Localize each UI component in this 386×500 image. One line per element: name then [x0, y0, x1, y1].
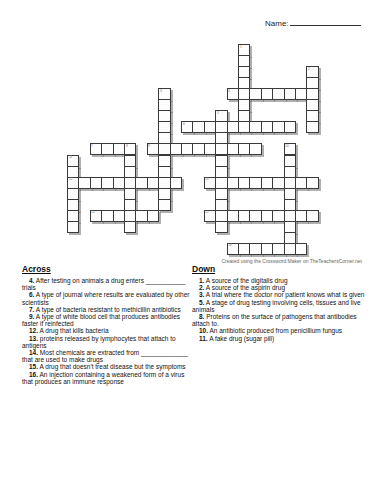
grid-cell[interactable] [306, 210, 318, 222]
down-heading: Down [192, 264, 374, 274]
grid-cell[interactable] [158, 199, 170, 211]
down-clue-item: 1. A source of the digitalis drug [192, 277, 374, 284]
clue-number: 12 [69, 177, 73, 180]
clue-number: 5 [217, 111, 219, 114]
across-clue-item: 16. An injection containing a weakened f… [22, 371, 194, 385]
clue-item-number: 8. [199, 313, 204, 320]
down-clue-item: 3. A trial where the doctor nor patient … [192, 291, 374, 298]
clue-item-number: 14. [29, 349, 38, 356]
clue-number: 1 [240, 45, 242, 48]
clue-number: 6 [183, 122, 185, 125]
clue-number: 4 [228, 89, 230, 92]
across-heading: Across [22, 264, 194, 274]
down-clue-item: 5. A stage of drug testing involving cel… [192, 299, 374, 313]
clue-number: 14 [91, 210, 95, 213]
across-clue-item: 12. A drug that kills bacteria [22, 327, 194, 334]
name-input-line[interactable] [290, 17, 361, 26]
across-clue-item: 7. A type of bacteria resistant to methi… [22, 306, 194, 313]
across-clues-section: Across 4. After testing on animals a dru… [22, 264, 194, 385]
down-clue-list: 1. A source of the digitalis drug2. A so… [192, 277, 374, 342]
across-clue-item: 15. A drug that doesn't treat disease bu… [22, 363, 194, 370]
grid-cell[interactable] [306, 121, 318, 133]
clue-item-number: 7. [29, 306, 34, 313]
clue-item-number: 9. [29, 313, 34, 320]
clue-number: 11 [69, 155, 72, 158]
down-clues-section: Down 1. A source of the digitalis drug2.… [192, 264, 374, 342]
grid-cell[interactable] [295, 243, 307, 255]
clue-number: 8 [126, 144, 128, 147]
name-label: Name: [265, 19, 289, 28]
across-clue-item: 4. After testing on animals a drug enter… [22, 277, 194, 291]
clue-number: 2 [308, 67, 310, 70]
clue-number: 7 [91, 144, 93, 147]
across-clue-list: 4. After testing on animals a drug enter… [22, 277, 194, 385]
down-clue-item: 11. A fake drug (sugar pill) [192, 335, 374, 342]
clue-item-number: 12. [29, 327, 38, 334]
grid-cell[interactable] [170, 177, 182, 189]
name-row: Name: [265, 17, 361, 28]
grid-cell[interactable] [67, 221, 79, 233]
clue-number: 16 [228, 243, 232, 246]
grid-cell[interactable] [124, 221, 136, 233]
clue-item-number: 11. [199, 335, 208, 342]
across-clue-item: 6. A type of journal where results are e… [22, 291, 194, 305]
grid-cell[interactable] [306, 177, 318, 189]
down-clue-item: 8. Proteins on the surface of pathogens … [192, 313, 374, 327]
clue-item-number: 10. [199, 327, 208, 334]
clue-number: 15 [205, 210, 209, 213]
across-clue-item: 9. A type of white blood cell that produ… [22, 313, 194, 327]
clue-number: 13 [205, 177, 209, 180]
clue-item-number: 1. [199, 277, 204, 284]
clue-number: 3 [160, 89, 162, 92]
grid-cell[interactable] [147, 210, 159, 222]
clue-item-number: 15. [29, 363, 38, 370]
down-clue-item: 10. An antibiotic produced from penicill… [192, 327, 374, 334]
grid-cell[interactable] [215, 221, 227, 233]
clue-item-number: 5. [199, 299, 204, 306]
down-clue-item: 2. A source of the aspirin drug [192, 284, 374, 291]
grid-cell[interactable] [249, 143, 261, 155]
clue-item-number: 3. [199, 291, 204, 298]
across-clue-item: 13. proteins released by lymphocytes tha… [22, 335, 194, 349]
worksheet-page: Name: 12345678910111213141516 Created us… [0, 0, 386, 500]
clue-number: 10 [285, 144, 289, 147]
clue-item-number: 2. [199, 284, 204, 291]
clue-number: 9 [148, 144, 150, 147]
clue-item-number: 4. [29, 277, 34, 284]
grid-cell[interactable] [284, 121, 296, 133]
across-clue-item: 14. Most chemicals are extracted from __… [22, 349, 194, 363]
clue-item-number: 6. [29, 291, 34, 298]
clue-item-number: 16. [29, 371, 38, 378]
clue-item-number: 13. [29, 335, 38, 342]
